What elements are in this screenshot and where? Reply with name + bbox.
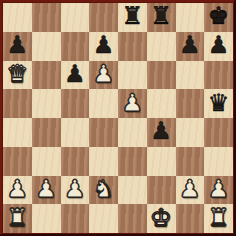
piece-white-pawn[interactable]: ♟ (122, 91, 144, 115)
piece-white-pawn[interactable]: ♟ (93, 62, 115, 86)
square-e1[interactable] (118, 204, 147, 233)
square-d6[interactable]: ♟ (89, 61, 118, 90)
square-e6[interactable] (118, 61, 147, 90)
piece-white-pawn[interactable]: ♟ (35, 177, 57, 201)
board-frame: ♜♜♚♟♟♟♟♛♟♟♟♛♟♟♟♟♞♟♟♜♚♜ (0, 0, 236, 236)
square-b6[interactable] (32, 61, 61, 90)
square-f4[interactable]: ♟ (147, 118, 176, 147)
piece-black-rook[interactable]: ♜ (150, 4, 172, 28)
square-g8[interactable] (176, 3, 205, 32)
square-h1[interactable]: ♜ (204, 204, 233, 233)
square-f5[interactable] (147, 89, 176, 118)
square-c4[interactable] (61, 118, 90, 147)
square-b3[interactable] (32, 147, 61, 176)
square-b2[interactable]: ♟ (32, 176, 61, 205)
chess-board: ♜♜♚♟♟♟♟♛♟♟♟♛♟♟♟♟♞♟♟♜♚♜ (3, 3, 233, 233)
piece-white-pawn[interactable]: ♟ (7, 177, 29, 201)
square-d7[interactable]: ♟ (89, 32, 118, 61)
square-a2[interactable]: ♟ (3, 176, 32, 205)
square-g5[interactable] (176, 89, 205, 118)
square-h7[interactable]: ♟ (204, 32, 233, 61)
square-e7[interactable] (118, 32, 147, 61)
square-g7[interactable]: ♟ (176, 32, 205, 61)
piece-black-king[interactable]: ♚ (208, 4, 230, 28)
square-e2[interactable] (118, 176, 147, 205)
square-d2[interactable]: ♞ (89, 176, 118, 205)
square-a4[interactable] (3, 118, 32, 147)
square-g3[interactable] (176, 147, 205, 176)
piece-black-queen[interactable]: ♛ (208, 91, 230, 115)
piece-white-knight[interactable]: ♞ (93, 177, 115, 201)
chess-app: ♜♜♚♟♟♟♟♛♟♟♟♛♟♟♟♟♞♟♟♜♚♜ (0, 0, 236, 236)
square-a7[interactable]: ♟ (3, 32, 32, 61)
piece-white-pawn[interactable]: ♟ (179, 177, 201, 201)
square-h4[interactable] (204, 118, 233, 147)
square-e4[interactable] (118, 118, 147, 147)
square-h3[interactable] (204, 147, 233, 176)
square-b8[interactable] (32, 3, 61, 32)
square-h2[interactable]: ♟ (204, 176, 233, 205)
square-c8[interactable] (61, 3, 90, 32)
square-d1[interactable] (89, 204, 118, 233)
piece-white-queen[interactable]: ♛ (7, 62, 29, 86)
square-c1[interactable] (61, 204, 90, 233)
piece-white-pawn[interactable]: ♟ (64, 177, 86, 201)
square-d3[interactable] (89, 147, 118, 176)
square-a5[interactable] (3, 89, 32, 118)
piece-black-pawn[interactable]: ♟ (179, 33, 201, 57)
square-h8[interactable]: ♚ (204, 3, 233, 32)
piece-black-pawn[interactable]: ♟ (208, 33, 230, 57)
square-a8[interactable] (3, 3, 32, 32)
square-a6[interactable]: ♛ (3, 61, 32, 90)
square-b4[interactable] (32, 118, 61, 147)
piece-black-pawn[interactable]: ♟ (93, 33, 115, 57)
square-e3[interactable] (118, 147, 147, 176)
square-e5[interactable]: ♟ (118, 89, 147, 118)
square-c5[interactable] (61, 89, 90, 118)
square-c3[interactable] (61, 147, 90, 176)
piece-white-rook[interactable]: ♜ (208, 206, 230, 230)
square-h5[interactable]: ♛ (204, 89, 233, 118)
square-c2[interactable]: ♟ (61, 176, 90, 205)
square-g4[interactable] (176, 118, 205, 147)
square-d8[interactable] (89, 3, 118, 32)
piece-black-pawn[interactable]: ♟ (64, 62, 86, 86)
square-e8[interactable]: ♜ (118, 3, 147, 32)
piece-black-rook[interactable]: ♜ (122, 4, 144, 28)
square-b7[interactable] (32, 32, 61, 61)
piece-black-pawn[interactable]: ♟ (150, 119, 172, 143)
square-g1[interactable] (176, 204, 205, 233)
square-f3[interactable] (147, 147, 176, 176)
square-g2[interactable]: ♟ (176, 176, 205, 205)
piece-white-king[interactable]: ♚ (150, 206, 172, 230)
square-b5[interactable] (32, 89, 61, 118)
piece-white-rook[interactable]: ♜ (7, 206, 29, 230)
square-f1[interactable]: ♚ (147, 204, 176, 233)
square-d5[interactable] (89, 89, 118, 118)
square-a1[interactable]: ♜ (3, 204, 32, 233)
piece-white-pawn[interactable]: ♟ (208, 177, 230, 201)
square-c6[interactable]: ♟ (61, 61, 90, 90)
square-d4[interactable] (89, 118, 118, 147)
square-f7[interactable] (147, 32, 176, 61)
piece-black-pawn[interactable]: ♟ (7, 33, 29, 57)
square-f6[interactable] (147, 61, 176, 90)
square-f2[interactable] (147, 176, 176, 205)
square-h6[interactable] (204, 61, 233, 90)
square-g6[interactable] (176, 61, 205, 90)
square-b1[interactable] (32, 204, 61, 233)
square-f8[interactable]: ♜ (147, 3, 176, 32)
square-a3[interactable] (3, 147, 32, 176)
square-c7[interactable] (61, 32, 90, 61)
